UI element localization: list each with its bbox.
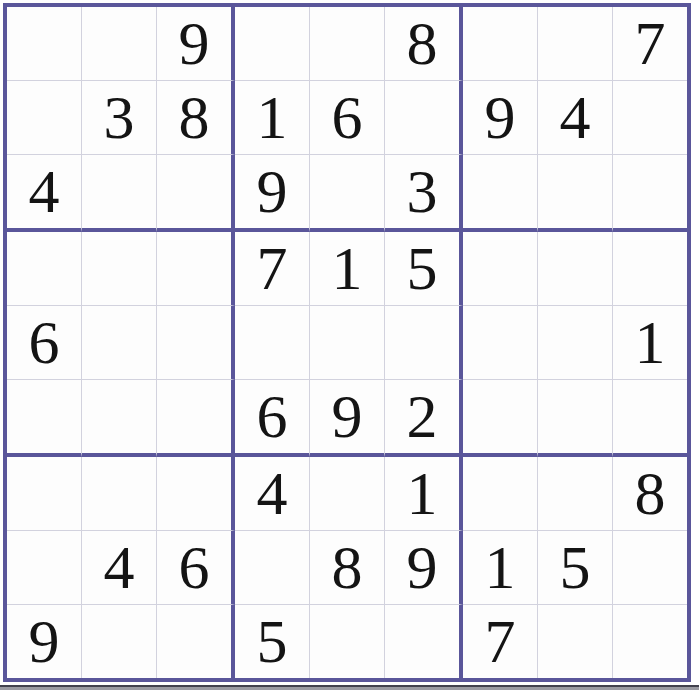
cell-r8c4[interactable] — [235, 531, 310, 605]
cell-r2c4[interactable]: 1 — [235, 81, 310, 155]
given-digit: 6 — [257, 385, 288, 447]
cell-r3c1[interactable]: 4 — [7, 155, 82, 232]
cell-r1c9[interactable]: 7 — [613, 7, 687, 81]
cell-r7c9[interactable]: 8 — [613, 457, 687, 531]
cell-r6c1[interactable] — [7, 380, 82, 457]
cell-r8c2[interactable]: 4 — [82, 531, 157, 605]
cell-r3c5[interactable] — [310, 155, 385, 232]
cell-r3c8[interactable] — [538, 155, 613, 232]
given-digit: 6 — [179, 536, 210, 598]
cell-r7c6[interactable]: 1 — [385, 457, 463, 531]
cell-r9c4[interactable]: 5 — [235, 605, 310, 678]
cell-r2c2[interactable]: 3 — [82, 81, 157, 155]
cell-r4c3[interactable] — [157, 232, 235, 306]
cell-r4c7[interactable] — [463, 232, 538, 306]
given-digit: 3 — [407, 160, 438, 222]
cell-r8c6[interactable]: 9 — [385, 531, 463, 605]
cell-r6c7[interactable] — [463, 380, 538, 457]
cell-r1c6[interactable]: 8 — [385, 7, 463, 81]
cell-r4c2[interactable] — [82, 232, 157, 306]
given-digit: 9 — [179, 12, 210, 74]
given-digit: 9 — [257, 160, 288, 222]
cell-r1c3[interactable]: 9 — [157, 7, 235, 81]
given-digit: 1 — [257, 86, 288, 148]
cell-r3c2[interactable] — [82, 155, 157, 232]
cell-r5c2[interactable] — [82, 306, 157, 380]
cell-r8c5[interactable]: 8 — [310, 531, 385, 605]
cell-r6c2[interactable] — [82, 380, 157, 457]
cell-r7c7[interactable] — [463, 457, 538, 531]
cell-r2c5[interactable]: 6 — [310, 81, 385, 155]
cell-r9c7[interactable]: 7 — [463, 605, 538, 678]
cell-r6c3[interactable] — [157, 380, 235, 457]
given-digit: 5 — [560, 536, 591, 598]
cell-r5c9[interactable]: 1 — [613, 306, 687, 380]
cell-r5c4[interactable] — [235, 306, 310, 380]
given-digit: 8 — [407, 12, 438, 74]
given-digit: 5 — [257, 610, 288, 672]
cell-r9c2[interactable] — [82, 605, 157, 678]
cell-r9c1[interactable]: 9 — [7, 605, 82, 678]
given-digit: 9 — [407, 536, 438, 598]
cell-r7c4[interactable]: 4 — [235, 457, 310, 531]
cell-r3c9[interactable] — [613, 155, 687, 232]
cell-r4c6[interactable]: 5 — [385, 232, 463, 306]
cell-r1c7[interactable] — [463, 7, 538, 81]
given-digit: 5 — [407, 237, 438, 299]
given-digit: 7 — [485, 610, 516, 672]
cell-r8c7[interactable]: 1 — [463, 531, 538, 605]
given-digit: 9 — [29, 610, 60, 672]
cell-r2c1[interactable] — [7, 81, 82, 155]
cell-r9c6[interactable] — [385, 605, 463, 678]
given-digit: 6 — [29, 311, 60, 373]
cell-r3c3[interactable] — [157, 155, 235, 232]
cell-r1c1[interactable] — [7, 7, 82, 81]
given-digit: 9 — [332, 385, 363, 447]
given-digit: 1 — [635, 311, 666, 373]
cell-r5c3[interactable] — [157, 306, 235, 380]
cell-r8c3[interactable]: 6 — [157, 531, 235, 605]
given-digit: 4 — [29, 160, 60, 222]
cell-r7c5[interactable] — [310, 457, 385, 531]
cell-r4c1[interactable] — [7, 232, 82, 306]
cell-r7c8[interactable] — [538, 457, 613, 531]
cell-r3c7[interactable] — [463, 155, 538, 232]
cell-r4c9[interactable] — [613, 232, 687, 306]
given-digit: 8 — [332, 536, 363, 598]
cell-r1c4[interactable] — [235, 7, 310, 81]
given-digit: 4 — [560, 86, 591, 148]
given-digit: 1 — [407, 462, 438, 524]
cell-r4c8[interactable] — [538, 232, 613, 306]
window-bottom-edge — [0, 685, 699, 690]
cell-r4c5[interactable]: 1 — [310, 232, 385, 306]
given-digit: 9 — [485, 86, 516, 148]
cell-r8c8[interactable]: 5 — [538, 531, 613, 605]
cell-r1c2[interactable] — [82, 7, 157, 81]
given-digit: 4 — [104, 536, 135, 598]
cell-r1c8[interactable] — [538, 7, 613, 81]
sudoku-board: 98738169449371561692418468915957 — [3, 3, 691, 682]
cell-r2c8[interactable]: 4 — [538, 81, 613, 155]
cell-r3c4[interactable]: 9 — [235, 155, 310, 232]
given-digit: 7 — [635, 12, 666, 74]
cell-r6c4[interactable]: 6 — [235, 380, 310, 457]
cell-r2c3[interactable]: 8 — [157, 81, 235, 155]
given-digit: 8 — [635, 462, 666, 524]
cell-r7c3[interactable] — [157, 457, 235, 531]
cell-r4c4[interactable]: 7 — [235, 232, 310, 306]
given-digit: 1 — [485, 536, 516, 598]
cell-r7c2[interactable] — [82, 457, 157, 531]
cell-r2c6[interactable] — [385, 81, 463, 155]
given-digit: 1 — [332, 237, 363, 299]
given-digit: 8 — [179, 86, 210, 148]
cell-r6c9[interactable] — [613, 380, 687, 457]
cell-r9c9[interactable] — [613, 605, 687, 678]
given-digit: 4 — [257, 462, 288, 524]
cell-r9c5[interactable] — [310, 605, 385, 678]
cell-r5c8[interactable] — [538, 306, 613, 380]
cell-r1c5[interactable] — [310, 7, 385, 81]
cell-r5c1[interactable]: 6 — [7, 306, 82, 380]
cell-r3c6[interactable]: 3 — [385, 155, 463, 232]
cell-r8c1[interactable] — [7, 531, 82, 605]
cell-r6c5[interactable]: 9 — [310, 380, 385, 457]
cell-r7c1[interactable] — [7, 457, 82, 531]
given-digit: 2 — [407, 385, 438, 447]
given-digit: 3 — [104, 86, 135, 148]
cell-r5c7[interactable] — [463, 306, 538, 380]
cell-r9c3[interactable] — [157, 605, 235, 678]
cell-r9c8[interactable] — [538, 605, 613, 678]
given-digit: 6 — [332, 86, 363, 148]
given-digit: 7 — [257, 237, 288, 299]
cell-r5c6[interactable] — [385, 306, 463, 380]
cell-r6c8[interactable] — [538, 380, 613, 457]
cell-r8c9[interactable] — [613, 531, 687, 605]
cell-r2c7[interactable]: 9 — [463, 81, 538, 155]
cell-r5c5[interactable] — [310, 306, 385, 380]
cell-r6c6[interactable]: 2 — [385, 380, 463, 457]
cell-r2c9[interactable] — [613, 81, 687, 155]
